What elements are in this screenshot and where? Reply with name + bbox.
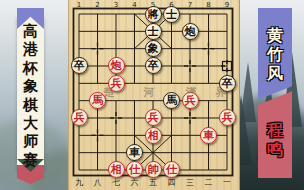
player-name-red: 程鸣 [258, 120, 292, 160]
coordinate-label: 六 [129, 178, 141, 188]
coordinate-label: 4 [130, 1, 140, 9]
coordinate-label: 七 [110, 178, 122, 188]
coordinate-label: 四 [166, 178, 178, 188]
coordinate-label: 五 [147, 178, 159, 188]
piece-black-cannon[interactable]: 炮 [182, 23, 199, 40]
piece-red-soldier[interactable]: 兵 [108, 75, 125, 92]
piece-red-soldier[interactable]: 兵 [219, 109, 236, 126]
coordinate-label: 8 [204, 1, 214, 9]
piece-red-general[interactable]: 帥 [145, 161, 162, 178]
players-banner: 黄竹风 程鸣 [258, 8, 292, 178]
event-banner: 高港杯象棋大师赛 [17, 8, 44, 184]
coordinate-label: 2 [93, 1, 103, 9]
piece-black-general[interactable]: 將 [145, 6, 162, 23]
piece-red-soldier[interactable]: 兵 [145, 109, 162, 126]
piece-red-chariot[interactable]: 車 [200, 127, 217, 144]
coordinate-label: 7 [185, 1, 195, 9]
piece-red-elephant[interactable]: 相 [108, 161, 125, 178]
piece-red-soldier[interactable]: 兵 [182, 92, 199, 109]
piece-black-advisor[interactable]: 士 [163, 6, 180, 23]
xiangqi-board[interactable]: 123456789九八七六五四三二一 楚河漢界 將士士炮象卒卒卒馬車炮兵馬兵兵兵… [68, 0, 240, 190]
coordinate-label: 1 [74, 1, 84, 9]
coordinate-label: 9 [222, 1, 232, 9]
coordinate-label: 八 [92, 178, 104, 188]
coordinate-label: 一 [221, 178, 233, 188]
river-character: 河 [142, 85, 156, 100]
event-banner-text: 高港杯象棋大师赛 [17, 22, 44, 169]
coordinate-label: 二 [203, 178, 215, 188]
piece-red-soldier[interactable]: 兵 [71, 109, 88, 126]
coordinate-label: 九 [73, 178, 85, 188]
piece-red-cannon[interactable]: 炮 [108, 57, 125, 74]
piece-red-elephant[interactable]: 相 [145, 127, 162, 144]
piece-black-elephant[interactable]: 象 [145, 40, 162, 57]
coordinate-label: 3 [111, 1, 121, 9]
piece-black-soldier[interactable]: 卒 [145, 57, 162, 74]
player-name-black: 黄竹风 [258, 26, 292, 83]
piece-black-soldier[interactable]: 卒 [219, 75, 236, 92]
screenshot-root: 123456789九八七六五四三二一 楚河漢界 將士士炮象卒卒卒馬車炮兵馬兵兵兵… [0, 0, 304, 190]
piece-black-soldier[interactable]: 卒 [71, 57, 88, 74]
coordinate-label: 三 [184, 178, 196, 188]
piece-black-advisor[interactable]: 士 [145, 23, 162, 40]
